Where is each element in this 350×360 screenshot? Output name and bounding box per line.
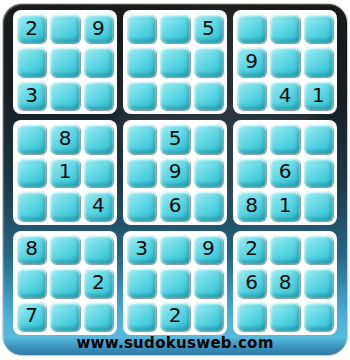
cell-r9c9[interactable] (304, 302, 333, 331)
cell-r4c7[interactable] (237, 124, 266, 153)
cell-r9c1[interactable]: 7 (17, 302, 46, 331)
cell-r7c7[interactable]: 2 (237, 235, 266, 264)
cell-r2c6[interactable] (194, 47, 223, 76)
cell-digit: 2 (169, 305, 182, 325)
footer-url: www.sudokusweb.com (0, 334, 350, 352)
cell-r6c5[interactable]: 6 (160, 191, 189, 220)
cell-r5c2[interactable]: 1 (50, 158, 79, 187)
cell-digit: 2 (25, 18, 38, 38)
cell-r8c7[interactable]: 6 (237, 268, 266, 297)
cell-r9c8[interactable] (270, 302, 299, 331)
cell-digit: 5 (202, 18, 215, 38)
cell-r7c1[interactable]: 8 (17, 235, 46, 264)
cell-r3c8[interactable]: 4 (270, 81, 299, 110)
cell-r4c6[interactable] (194, 124, 223, 153)
cell-r4c8[interactable] (270, 124, 299, 153)
cell-r7c8[interactable] (270, 235, 299, 264)
cell-r3c4[interactable] (127, 81, 156, 110)
cell-digit: 1 (279, 195, 292, 215)
cell-digit: 8 (279, 272, 292, 292)
cell-digit: 3 (135, 238, 148, 258)
cell-digit: 9 (92, 18, 105, 38)
cell-r1c8[interactable] (270, 14, 299, 43)
cell-r8c9[interactable] (304, 268, 333, 297)
cell-r6c2[interactable] (50, 191, 79, 220)
cell-r3c3[interactable] (84, 81, 113, 110)
cell-r6c8[interactable]: 1 (270, 191, 299, 220)
cell-r2c5[interactable] (160, 47, 189, 76)
cell-digit: 9 (169, 161, 182, 181)
cell-r5c6[interactable] (194, 158, 223, 187)
box-r1c2: 5 (123, 10, 227, 114)
cell-r8c5[interactable] (160, 268, 189, 297)
cell-r4c3[interactable] (84, 124, 113, 153)
cell-r8c8[interactable]: 8 (270, 268, 299, 297)
cell-digit: 1 (312, 85, 325, 105)
sudoku-board: 2935941814596681827392268 www.sudokusweb… (0, 0, 350, 360)
cell-r9c6[interactable] (194, 302, 223, 331)
cell-r8c4[interactable] (127, 268, 156, 297)
cell-r9c7[interactable] (237, 302, 266, 331)
cell-r3c6[interactable] (194, 81, 223, 110)
cell-r6c1[interactable] (17, 191, 46, 220)
cell-r1c2[interactable] (50, 14, 79, 43)
cell-r8c3[interactable]: 2 (84, 268, 113, 297)
cell-r1c6[interactable]: 5 (194, 14, 223, 43)
cell-r5c4[interactable] (127, 158, 156, 187)
cell-digit: 8 (245, 195, 258, 215)
cell-r8c6[interactable] (194, 268, 223, 297)
cell-digit: 6 (169, 195, 182, 215)
cell-r5c8[interactable]: 6 (270, 158, 299, 187)
cell-r6c6[interactable] (194, 191, 223, 220)
cell-r7c9[interactable] (304, 235, 333, 264)
cell-r2c1[interactable] (17, 47, 46, 76)
cell-r5c7[interactable] (237, 158, 266, 187)
cell-r9c5[interactable]: 2 (160, 302, 189, 331)
box-r3c3: 268 (233, 231, 337, 335)
cell-r9c2[interactable] (50, 302, 79, 331)
cell-digit: 4 (92, 195, 105, 215)
cell-r4c5[interactable]: 5 (160, 124, 189, 153)
cell-r5c5[interactable]: 9 (160, 158, 189, 187)
cell-r9c4[interactable] (127, 302, 156, 331)
cell-r3c9[interactable]: 1 (304, 81, 333, 110)
box-r3c1: 827 (13, 231, 117, 335)
box-r1c3: 941 (233, 10, 337, 114)
cell-digit: 5 (169, 128, 182, 148)
cell-r1c9[interactable] (304, 14, 333, 43)
cell-r3c7[interactable] (237, 81, 266, 110)
cell-r4c2[interactable]: 8 (50, 124, 79, 153)
cell-digit: 4 (279, 85, 292, 105)
cell-r7c2[interactable] (50, 235, 79, 264)
cell-r4c9[interactable] (304, 124, 333, 153)
cell-r2c8[interactable] (270, 47, 299, 76)
cell-r3c2[interactable] (50, 81, 79, 110)
cell-digit: 9 (202, 238, 215, 258)
cell-r1c7[interactable] (237, 14, 266, 43)
cell-r7c5[interactable] (160, 235, 189, 264)
cell-r3c5[interactable] (160, 81, 189, 110)
cell-r2c3[interactable] (84, 47, 113, 76)
box-r2c2: 596 (123, 120, 227, 224)
cell-r5c9[interactable] (304, 158, 333, 187)
cell-digit: 9 (245, 51, 258, 71)
cell-r7c4[interactable]: 3 (127, 235, 156, 264)
cell-r5c1[interactable] (17, 158, 46, 187)
box-r3c2: 392 (123, 231, 227, 335)
cell-r4c1[interactable] (17, 124, 46, 153)
cell-r6c3[interactable]: 4 (84, 191, 113, 220)
box-r2c3: 681 (233, 120, 337, 224)
cell-r2c2[interactable] (50, 47, 79, 76)
cell-r8c1[interactable] (17, 268, 46, 297)
cell-r3c1[interactable]: 3 (17, 81, 46, 110)
cell-r6c9[interactable] (304, 191, 333, 220)
cell-r1c4[interactable] (127, 14, 156, 43)
cell-digit: 8 (25, 238, 38, 258)
cell-r1c3[interactable]: 9 (84, 14, 113, 43)
cell-r2c7[interactable]: 9 (237, 47, 266, 76)
cell-digit: 7 (25, 305, 38, 325)
cell-digit: 1 (59, 161, 72, 181)
cell-r7c6[interactable]: 9 (194, 235, 223, 264)
sudoku-grid: 2935941814596681827392268 (13, 10, 337, 335)
cell-digit: 6 (245, 272, 258, 292)
cell-digit: 8 (59, 128, 72, 148)
cell-digit: 3 (25, 85, 38, 105)
cell-digit: 6 (279, 161, 292, 181)
cell-r5c3[interactable] (84, 158, 113, 187)
cell-r2c9[interactable] (304, 47, 333, 76)
cell-digit: 2 (245, 238, 258, 258)
cell-r1c5[interactable] (160, 14, 189, 43)
cell-r8c2[interactable] (50, 268, 79, 297)
cell-r1c1[interactable]: 2 (17, 14, 46, 43)
cell-digit: 2 (92, 272, 105, 292)
cell-r2c4[interactable] (127, 47, 156, 76)
cell-r4c4[interactable] (127, 124, 156, 153)
cell-r7c3[interactable] (84, 235, 113, 264)
box-r1c1: 293 (13, 10, 117, 114)
box-r2c1: 814 (13, 120, 117, 224)
cell-r6c7[interactable]: 8 (237, 191, 266, 220)
cell-r6c4[interactable] (127, 191, 156, 220)
cell-r9c3[interactable] (84, 302, 113, 331)
